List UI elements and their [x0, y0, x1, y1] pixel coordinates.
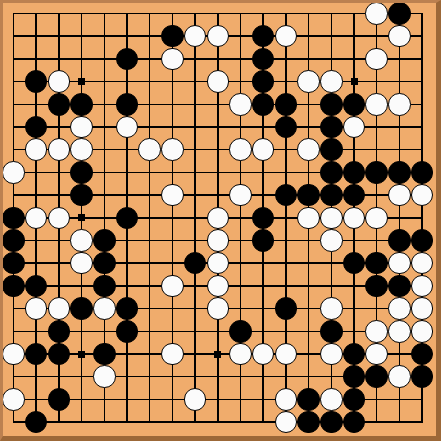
board-frame: [0, 0, 441, 441]
